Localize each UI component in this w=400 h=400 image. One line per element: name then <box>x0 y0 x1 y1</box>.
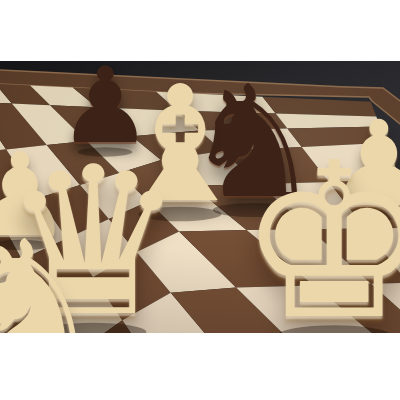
square-h8 <box>263 97 377 117</box>
chess-photo: ♟♝♞♟♟♛♞♚ <box>0 61 400 333</box>
white-band-bottom <box>0 333 400 400</box>
shadow-black-knight-f4 <box>213 203 294 217</box>
chessboard <box>0 61 400 333</box>
white-band-top <box>0 0 400 61</box>
shadow-black-pawn-e6 <box>78 147 133 156</box>
shadow-white-bishop-e4 <box>138 207 221 221</box>
